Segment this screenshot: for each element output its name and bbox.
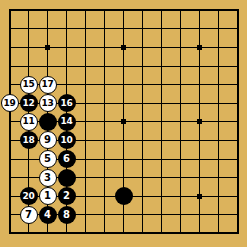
grid-line-horizontal (209, 66, 228, 67)
board-intersection[interactable] (95, 1, 114, 20)
board-intersection[interactable]: 3 (38, 168, 57, 187)
board-intersection[interactable]: 7 (19, 206, 38, 225)
grid-line-horizontal (114, 232, 133, 234)
move-number-label: 1 (44, 191, 51, 201)
board-intersection[interactable] (114, 75, 133, 94)
stone-black-setup (58, 169, 76, 187)
grid-line-horizontal (114, 28, 133, 29)
grid-line-horizontal (19, 232, 38, 234)
grid-line-horizontal (76, 159, 95, 160)
board-intersection[interactable] (0, 20, 19, 39)
board-intersection[interactable] (0, 224, 19, 243)
grid-line-horizontal (228, 47, 239, 48)
board-intersection[interactable] (0, 57, 19, 76)
board-intersection[interactable] (133, 168, 152, 187)
move-number-label: 17 (42, 80, 54, 89)
grid-line-horizontal (95, 47, 114, 48)
board-intersection[interactable] (228, 75, 247, 94)
board-intersection[interactable] (114, 224, 133, 243)
board-intersection[interactable] (190, 150, 209, 169)
board-intersection[interactable] (0, 150, 19, 169)
board-intersection[interactable] (171, 224, 190, 243)
board-intersection[interactable] (114, 187, 133, 206)
grid-line-horizontal (95, 121, 114, 122)
grid-line-horizontal (152, 47, 171, 48)
grid-line-horizontal (76, 121, 95, 122)
board-intersection[interactable] (114, 1, 133, 20)
board-intersection[interactable] (76, 224, 95, 243)
grid-line-horizontal (152, 214, 171, 215)
board-intersection[interactable] (76, 20, 95, 39)
board-intersection[interactable] (114, 57, 133, 76)
board-intersection[interactable] (95, 75, 114, 94)
board-intersection[interactable] (0, 168, 19, 187)
board-intersection[interactable] (228, 113, 247, 132)
grid-line-horizontal (152, 84, 171, 85)
board-intersection[interactable] (152, 224, 171, 243)
board-intersection[interactable]: 10 (57, 131, 76, 150)
board-intersection[interactable] (95, 20, 114, 39)
board-intersection[interactable] (152, 20, 171, 39)
board-intersection[interactable] (190, 38, 209, 57)
move-number-label: 5 (44, 154, 51, 164)
move-number-label: 7 (25, 210, 32, 220)
grid-line-horizontal (190, 232, 209, 234)
grid-line-horizontal (133, 66, 152, 67)
board-intersection[interactable] (0, 1, 19, 20)
grid-line-horizontal (38, 9, 57, 11)
grid-line-horizontal (171, 66, 190, 67)
stone-white-move-11: 11 (20, 113, 38, 131)
board-intersection[interactable] (95, 224, 114, 243)
board-intersection[interactable]: 6 (57, 150, 76, 169)
grid-line-horizontal (133, 159, 152, 160)
board-intersection[interactable] (133, 187, 152, 206)
grid-line-horizontal (228, 196, 239, 197)
grid-line-horizontal (228, 232, 239, 234)
board-intersection[interactable] (209, 38, 228, 57)
move-number-label: 16 (61, 99, 73, 108)
board-intersection[interactable] (228, 20, 247, 39)
stone-black-move-4: 4 (39, 206, 57, 224)
grid-line-horizontal (114, 9, 133, 11)
board-intersection[interactable] (133, 94, 152, 113)
board-intersection[interactable]: 11 (19, 113, 38, 132)
board-intersection[interactable] (209, 94, 228, 113)
grid-line-horizontal (76, 177, 95, 178)
board-intersection[interactable]: 20 (19, 187, 38, 206)
grid-line-horizontal (171, 214, 190, 215)
board-intersection[interactable]: 19 (0, 94, 19, 113)
board-intersection[interactable] (171, 38, 190, 57)
board-intersection[interactable] (0, 187, 19, 206)
grid-line-horizontal (152, 159, 171, 160)
grid-line-horizontal (171, 103, 190, 104)
go-board: 1517191213161114189105632012748 (0, 0, 247, 247)
grid-line-horizontal (209, 232, 228, 234)
board-intersection[interactable] (152, 94, 171, 113)
grid-line-horizontal (171, 196, 190, 197)
board-intersection[interactable] (114, 206, 133, 225)
grid-line-horizontal (171, 9, 190, 11)
board-intersection[interactable] (114, 20, 133, 39)
board-intersection[interactable] (19, 38, 38, 57)
board-intersection[interactable] (38, 113, 57, 132)
board-intersection[interactable] (57, 38, 76, 57)
grid-line-horizontal (76, 47, 95, 48)
board-intersection[interactable]: 9 (38, 131, 57, 150)
board-intersection[interactable] (19, 168, 38, 187)
board-intersection[interactable]: 2 (57, 187, 76, 206)
grid-line-horizontal (19, 177, 38, 178)
stone-white-move-5: 5 (39, 150, 57, 168)
board-intersection[interactable] (0, 75, 19, 94)
board-intersection[interactable] (190, 20, 209, 39)
board-intersection[interactable] (133, 57, 152, 76)
grid-line-horizontal (152, 28, 171, 29)
move-number-label: 19 (4, 99, 16, 108)
grid-line-horizontal (228, 159, 239, 160)
board-intersection[interactable] (133, 150, 152, 169)
grid-line-horizontal (209, 47, 228, 48)
move-number-label: 14 (61, 117, 73, 126)
board-intersection[interactable] (95, 187, 114, 206)
board-intersection[interactable] (228, 94, 247, 113)
stone-white-move-1: 1 (39, 187, 57, 205)
grid-line-horizontal (171, 121, 190, 122)
board-intersection[interactable] (0, 38, 19, 57)
board-intersection[interactable] (228, 57, 247, 76)
board-intersection[interactable] (152, 113, 171, 132)
board-intersection[interactable] (38, 1, 57, 20)
grid-line-horizontal (209, 196, 228, 197)
move-number-label: 9 (44, 135, 51, 145)
board-intersection[interactable] (95, 150, 114, 169)
move-number-label: 12 (23, 99, 35, 108)
board-intersection[interactable] (152, 75, 171, 94)
grid-line-horizontal (114, 84, 133, 85)
grid-line-horizontal (190, 28, 209, 29)
grid-line-horizontal (9, 196, 20, 197)
grid-line-horizontal (9, 28, 20, 29)
board-intersection[interactable] (76, 1, 95, 20)
grid-line-horizontal (76, 28, 95, 29)
board-intersection[interactable] (171, 168, 190, 187)
grid-line-horizontal (152, 103, 171, 104)
grid-line-horizontal (209, 177, 228, 178)
grid-line-horizontal (114, 140, 133, 141)
board-intersection[interactable] (171, 113, 190, 132)
board-intersection[interactable] (190, 187, 209, 206)
move-number-label: 15 (23, 80, 35, 89)
board-intersection[interactable] (209, 75, 228, 94)
board-intersection[interactable] (38, 38, 57, 57)
grid-line-horizontal (133, 9, 152, 11)
board-intersection[interactable] (228, 168, 247, 187)
grid-line-horizontal (228, 28, 239, 29)
grid-line-horizontal (228, 121, 239, 122)
board-intersection[interactable] (228, 206, 247, 225)
grid-line-horizontal (9, 177, 20, 178)
grid-line-horizontal (190, 159, 209, 160)
grid-line-horizontal (152, 177, 171, 178)
board-intersection[interactable] (190, 206, 209, 225)
grid-line-horizontal (76, 66, 95, 67)
board-intersection[interactable] (190, 94, 209, 113)
grid-line-horizontal (209, 9, 228, 11)
grid-line-horizontal (95, 140, 114, 141)
board-intersection[interactable] (76, 94, 95, 113)
board-intersection[interactable] (190, 224, 209, 243)
grid-line-horizontal (171, 47, 190, 48)
grid-line-horizontal (228, 177, 239, 178)
board-intersection[interactable] (57, 57, 76, 76)
board-grid: 1517191213161114189105632012748 (0, 1, 247, 243)
board-intersection[interactable] (133, 113, 152, 132)
board-intersection[interactable] (171, 150, 190, 169)
grid-line-horizontal (9, 47, 20, 48)
grid-line-horizontal (133, 140, 152, 141)
board-intersection[interactable] (152, 131, 171, 150)
grid-line-horizontal (9, 66, 20, 67)
grid-line-horizontal (133, 103, 152, 104)
board-intersection[interactable] (171, 206, 190, 225)
move-number-label: 11 (23, 117, 35, 126)
move-number-label: 3 (44, 173, 51, 183)
grid-line-horizontal (190, 177, 209, 178)
board-intersection[interactable] (38, 20, 57, 39)
board-intersection[interactable]: 4 (38, 206, 57, 225)
board-intersection[interactable] (133, 206, 152, 225)
grid-line-horizontal (95, 159, 114, 160)
grid-line-horizontal (95, 9, 114, 11)
grid-line-horizontal (171, 140, 190, 141)
grid-line-horizontal (190, 103, 209, 104)
board-intersection[interactable] (38, 57, 57, 76)
grid-line-horizontal (152, 121, 171, 122)
board-intersection[interactable] (209, 1, 228, 20)
board-intersection[interactable] (171, 187, 190, 206)
board-intersection[interactable] (0, 131, 19, 150)
board-intersection[interactable] (190, 131, 209, 150)
board-intersection[interactable] (228, 131, 247, 150)
grid-line-horizontal (190, 66, 209, 67)
grid-line-horizontal (228, 103, 239, 104)
stone-black-move-16: 16 (58, 94, 76, 112)
board-intersection[interactable] (76, 206, 95, 225)
board-intersection[interactable] (76, 38, 95, 57)
board-intersection[interactable] (76, 168, 95, 187)
grid-line-horizontal (19, 47, 38, 48)
grid-line-horizontal (95, 28, 114, 29)
board-intersection[interactable] (114, 38, 133, 57)
grid-line-horizontal (133, 28, 152, 29)
board-intersection[interactable] (95, 57, 114, 76)
board-intersection[interactable] (38, 224, 57, 243)
board-intersection[interactable] (114, 150, 133, 169)
grid-line-horizontal (114, 177, 133, 178)
board-intersection[interactable] (171, 20, 190, 39)
grid-line-horizontal (190, 140, 209, 141)
board-intersection[interactable] (19, 150, 38, 169)
board-intersection[interactable] (57, 168, 76, 187)
board-intersection[interactable] (228, 224, 247, 243)
board-intersection[interactable] (152, 168, 171, 187)
move-number-label: 6 (63, 154, 70, 164)
grid-line-horizontal (9, 9, 20, 11)
grid-line-horizontal (57, 84, 76, 85)
board-intersection[interactable] (171, 1, 190, 20)
board-intersection[interactable] (228, 187, 247, 206)
board-intersection[interactable] (228, 150, 247, 169)
board-intersection[interactable] (171, 57, 190, 76)
board-intersection[interactable] (114, 131, 133, 150)
board-intersection[interactable]: 12 (19, 94, 38, 113)
move-number-label: 13 (42, 99, 54, 108)
board-intersection[interactable] (209, 206, 228, 225)
grid-line-horizontal (209, 140, 228, 141)
grid-line-horizontal (9, 232, 20, 234)
board-intersection[interactable] (133, 1, 152, 20)
grid-line-horizontal (9, 159, 20, 160)
grid-line-horizontal (114, 103, 133, 104)
grid-line-horizontal (152, 232, 171, 234)
board-intersection[interactable] (19, 1, 38, 20)
grid-line-horizontal (152, 9, 171, 11)
board-intersection[interactable] (76, 113, 95, 132)
board-intersection[interactable] (114, 94, 133, 113)
board-intersection[interactable] (114, 113, 133, 132)
stone-white-move-9: 9 (39, 131, 57, 149)
move-number-label: 18 (23, 136, 35, 145)
grid-line-horizontal (19, 9, 38, 11)
grid-line-horizontal (57, 66, 76, 67)
grid-line-horizontal (57, 232, 76, 234)
grid-line-horizontal (9, 121, 20, 122)
board-intersection[interactable]: 5 (38, 150, 57, 169)
grid-line-horizontal (76, 214, 95, 215)
grid-line-horizontal (95, 196, 114, 197)
grid-line-horizontal (190, 9, 209, 11)
board-intersection[interactable] (228, 38, 247, 57)
grid-line-horizontal (133, 84, 152, 85)
board-intersection[interactable] (133, 131, 152, 150)
stone-black-setup (39, 113, 57, 131)
board-intersection[interactable]: 1 (38, 187, 57, 206)
board-intersection[interactable] (133, 20, 152, 39)
grid-line-horizontal (152, 196, 171, 197)
board-intersection[interactable] (95, 94, 114, 113)
board-intersection[interactable] (190, 57, 209, 76)
grid-line-horizontal (9, 140, 20, 141)
star-point (197, 119, 202, 124)
board-intersection[interactable] (190, 113, 209, 132)
board-intersection[interactable] (152, 57, 171, 76)
grid-line-horizontal (57, 9, 76, 11)
grid-line-horizontal (95, 66, 114, 67)
board-intersection[interactable] (95, 38, 114, 57)
board-intersection[interactable]: 17 (38, 75, 57, 94)
board-intersection[interactable] (152, 206, 171, 225)
board-intersection[interactable] (228, 1, 247, 20)
board-intersection[interactable] (19, 224, 38, 243)
board-intersection[interactable] (133, 38, 152, 57)
board-intersection[interactable]: 13 (38, 94, 57, 113)
board-intersection[interactable] (152, 38, 171, 57)
grid-line-horizontal (95, 84, 114, 85)
grid-line-horizontal (209, 84, 228, 85)
board-intersection[interactable]: 14 (57, 113, 76, 132)
board-intersection[interactable]: 8 (57, 206, 76, 225)
move-number-label: 4 (44, 210, 51, 220)
board-intersection[interactable] (209, 150, 228, 169)
board-intersection[interactable] (209, 113, 228, 132)
board-intersection[interactable] (76, 57, 95, 76)
board-intersection[interactable] (209, 57, 228, 76)
board-intersection[interactable] (152, 187, 171, 206)
board-intersection[interactable] (133, 75, 152, 94)
board-intersection[interactable] (209, 224, 228, 243)
board-intersection[interactable] (152, 150, 171, 169)
grid-line-horizontal (57, 47, 76, 48)
board-intersection[interactable] (57, 1, 76, 20)
board-intersection[interactable] (57, 20, 76, 39)
board-intersection[interactable] (133, 224, 152, 243)
board-intersection[interactable] (76, 131, 95, 150)
board-intersection[interactable] (95, 131, 114, 150)
board-intersection[interactable] (171, 75, 190, 94)
board-intersection[interactable] (95, 168, 114, 187)
board-intersection[interactable]: 15 (19, 75, 38, 94)
grid-line-horizontal (57, 28, 76, 29)
board-intersection[interactable] (0, 206, 19, 225)
board-intersection[interactable] (190, 1, 209, 20)
board-intersection[interactable] (171, 94, 190, 113)
grid-line-horizontal (171, 177, 190, 178)
board-intersection[interactable] (95, 113, 114, 132)
board-intersection[interactable] (19, 57, 38, 76)
grid-line-horizontal (171, 28, 190, 29)
board-intersection[interactable] (152, 1, 171, 20)
stone-black-move-14: 14 (58, 113, 76, 131)
grid-line-horizontal (95, 214, 114, 215)
grid-line-horizontal (38, 232, 57, 234)
board-intersection[interactable] (209, 168, 228, 187)
board-intersection[interactable] (190, 168, 209, 187)
board-intersection[interactable] (76, 187, 95, 206)
board-intersection[interactable] (209, 187, 228, 206)
stone-white-move-7: 7 (20, 206, 38, 224)
stone-black-move-10: 10 (58, 131, 76, 149)
board-intersection[interactable] (190, 75, 209, 94)
board-intersection[interactable] (171, 131, 190, 150)
board-intersection[interactable]: 16 (57, 94, 76, 113)
board-intersection[interactable] (0, 113, 19, 132)
grid-line-horizontal (19, 159, 38, 160)
board-intersection[interactable] (209, 20, 228, 39)
board-intersection[interactable] (76, 75, 95, 94)
board-intersection[interactable] (19, 20, 38, 39)
board-intersection[interactable] (76, 150, 95, 169)
board-intersection[interactable] (114, 168, 133, 187)
board-intersection[interactable] (95, 206, 114, 225)
board-intersection[interactable]: 18 (19, 131, 38, 150)
grid-line-horizontal (228, 66, 239, 67)
stone-white-move-13: 13 (39, 94, 57, 112)
board-intersection[interactable] (57, 224, 76, 243)
board-intersection[interactable] (209, 131, 228, 150)
board-intersection[interactable] (57, 75, 76, 94)
